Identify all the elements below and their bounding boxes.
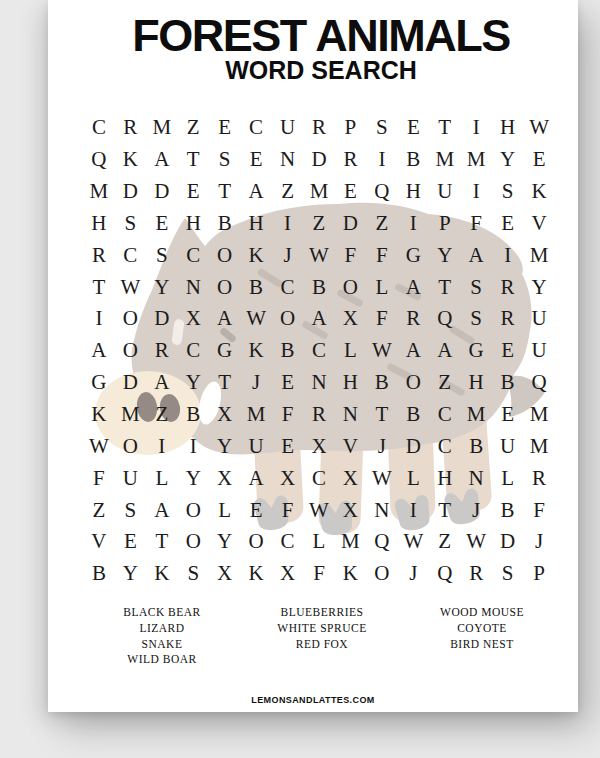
grid-cell[interactable]: Y	[178, 462, 209, 494]
grid-cell[interactable]: U	[523, 303, 554, 335]
grid-cell[interactable]: W	[366, 335, 397, 367]
grid-cell[interactable]: P	[335, 112, 366, 144]
word-list-item: WHITE SPRUCE	[247, 621, 397, 637]
grid-cell[interactable]: J	[460, 494, 491, 526]
grid-cell[interactable]: O	[115, 335, 146, 367]
grid-cell[interactable]: R	[492, 303, 523, 335]
grid-cell[interactable]: K	[240, 239, 271, 271]
grid-cell[interactable]: Z	[429, 367, 460, 399]
grid-cell[interactable]: R	[523, 462, 554, 494]
grid-cell[interactable]: Z	[429, 526, 460, 558]
grid-cell[interactable]: U	[429, 176, 460, 208]
grid-cell[interactable]: E	[272, 430, 303, 462]
grid-cell[interactable]: S	[460, 271, 491, 303]
grid-cell[interactable]: F	[272, 399, 303, 431]
grid-cell[interactable]: T	[146, 526, 177, 558]
grid-cell[interactable]: U	[492, 430, 523, 462]
grid-cell[interactable]: K	[523, 176, 554, 208]
grid-cell[interactable]: L	[492, 462, 523, 494]
grid-cell[interactable]: C	[115, 239, 146, 271]
grid-cell[interactable]: R	[460, 558, 491, 590]
grid-cell[interactable]: W	[366, 462, 397, 494]
grid-cell[interactable]: B	[272, 335, 303, 367]
grid-cell[interactable]: M	[303, 176, 334, 208]
grid-cell[interactable]: Y	[523, 271, 554, 303]
grid-cell[interactable]: Q	[523, 367, 554, 399]
grid-cell[interactable]: F	[523, 494, 554, 526]
grid-cell[interactable]: M	[146, 112, 177, 144]
grid-cell[interactable]: M	[83, 176, 114, 208]
grid-cell[interactable]: T	[366, 399, 397, 431]
grid-cell[interactable]: G	[209, 335, 240, 367]
grid-cell[interactable]: W	[460, 526, 491, 558]
grid-cell[interactable]: M	[523, 399, 554, 431]
grid-cell[interactable]: K	[146, 558, 177, 590]
grid-cell[interactable]: T	[429, 271, 460, 303]
grid-cell[interactable]: I	[398, 208, 429, 240]
grid-cell[interactable]: L	[366, 271, 397, 303]
letter-grid: CRMZECURPSETIHWQKATSENDRIBMMYEMDDETAZMEQ…	[83, 112, 555, 590]
grid-cell[interactable]: S	[178, 558, 209, 590]
page-subtitle: WORD SEARCH	[56, 57, 586, 83]
grid-cell[interactable]: C	[178, 239, 209, 271]
word-list-item: BLUEBERRIES	[247, 605, 397, 621]
grid-cell[interactable]: K	[335, 558, 366, 590]
grid-cell[interactable]: U	[523, 335, 554, 367]
grid-cell[interactable]: A	[146, 144, 177, 176]
grid-cell[interactable]: O	[178, 526, 209, 558]
grid-cell[interactable]: E	[335, 176, 366, 208]
grid-cell[interactable]: F	[83, 462, 114, 494]
grid-cell[interactable]: R	[83, 239, 114, 271]
grid-cell[interactable]: F	[335, 239, 366, 271]
grid-cell[interactable]: J	[240, 367, 271, 399]
word-list-item: WILD BOAR	[87, 652, 237, 668]
grid-cell[interactable]: H	[178, 208, 209, 240]
grid-cell[interactable]: E	[178, 176, 209, 208]
grid-cell[interactable]: E	[240, 494, 271, 526]
grid-cell[interactable]: B	[303, 271, 334, 303]
grid-cell[interactable]: B	[398, 399, 429, 431]
grid-cell[interactable]: C	[429, 430, 460, 462]
grid-cell[interactable]: R	[492, 271, 523, 303]
grid-cell[interactable]: M	[460, 144, 491, 176]
grid-cell[interactable]: T	[209, 367, 240, 399]
grid-cell[interactable]: R	[398, 303, 429, 335]
grid-cell[interactable]: H	[335, 367, 366, 399]
grid-cell[interactable]: E	[398, 112, 429, 144]
grid-cell[interactable]: T	[429, 494, 460, 526]
grid-cell[interactable]: O	[272, 303, 303, 335]
grid-cell[interactable]: S	[492, 176, 523, 208]
grid-cell[interactable]: U	[115, 462, 146, 494]
word-list-item: WOOD MOUSE	[407, 605, 557, 621]
grid-cell[interactable]: T	[178, 144, 209, 176]
grid-cell[interactable]: X	[209, 462, 240, 494]
word-list-item: RED FOX	[247, 637, 397, 653]
grid-cell[interactable]: X	[335, 462, 366, 494]
grid-cell[interactable]: O	[366, 558, 397, 590]
grid-cell[interactable]: I	[272, 208, 303, 240]
grid-cell[interactable]: X	[335, 303, 366, 335]
grid-cell[interactable]: R	[303, 112, 334, 144]
grid-cell[interactable]: X	[335, 494, 366, 526]
grid-cell[interactable]: L	[303, 526, 334, 558]
grid-cell[interactable]: X	[303, 430, 334, 462]
grid-cell[interactable]: H	[429, 462, 460, 494]
word-list-column: WOOD MOUSECOYOTEBIRD NEST	[407, 605, 557, 668]
grid-cell[interactable]: G	[460, 335, 491, 367]
grid-cell[interactable]: E	[492, 208, 523, 240]
grid-cell[interactable]: B	[209, 208, 240, 240]
backdrop: FOREST ANIMALS WORD SEARCH	[0, 0, 600, 758]
grid-cell[interactable]: B	[83, 558, 114, 590]
word-list-column: BLUEBERRIESWHITE SPRUCERED FOX	[247, 605, 397, 668]
grid-cell[interactable]: J	[272, 239, 303, 271]
grid-cell[interactable]: C	[272, 526, 303, 558]
grid-cell[interactable]: W	[303, 239, 334, 271]
grid-cell[interactable]: C	[240, 112, 271, 144]
grid-cell[interactable]: L	[398, 462, 429, 494]
word-list-column: BLACK BEARLIZARDSNAKEWILD BOAR	[87, 605, 237, 668]
grid-cell[interactable]: J	[366, 430, 397, 462]
grid-cell[interactable]: L	[209, 494, 240, 526]
grid-cell[interactable]: F	[460, 208, 491, 240]
grid-cell[interactable]: S	[115, 494, 146, 526]
grid-cell[interactable]: Q	[366, 176, 397, 208]
grid-cell[interactable]: Y	[146, 271, 177, 303]
grid-cell[interactable]: R	[335, 144, 366, 176]
grid-cell[interactable]: O	[115, 430, 146, 462]
grid-cell[interactable]: B	[398, 144, 429, 176]
grid-cell[interactable]: Z	[366, 208, 397, 240]
grid-cell[interactable]: W	[83, 430, 114, 462]
grid-cell[interactable]: G	[398, 239, 429, 271]
grid-cell[interactable]: I	[366, 144, 397, 176]
grid-cell[interactable]: E	[146, 208, 177, 240]
grid-cell[interactable]: X	[272, 558, 303, 590]
grid-cell[interactable]: H	[398, 176, 429, 208]
grid-cell[interactable]: Q	[429, 303, 460, 335]
grid-cell[interactable]: T	[429, 112, 460, 144]
grid-cell[interactable]: I	[178, 430, 209, 462]
grid-cell[interactable]: C	[303, 335, 334, 367]
grid-cell[interactable]: B	[366, 367, 397, 399]
grid-cell[interactable]: W	[240, 303, 271, 335]
grid-cell[interactable]: S	[146, 239, 177, 271]
grid-cell[interactable]: M	[240, 399, 271, 431]
grid-cell[interactable]: Y	[209, 526, 240, 558]
grid-cell[interactable]: O	[398, 367, 429, 399]
grid-cell[interactable]: I	[460, 176, 491, 208]
grid-cell[interactable]: E	[523, 144, 554, 176]
grid-cell[interactable]: S	[460, 303, 491, 335]
grid-cell[interactable]: F	[366, 239, 397, 271]
grid-cell[interactable]: I	[398, 494, 429, 526]
grid-cell[interactable]: M	[115, 399, 146, 431]
grid-cell[interactable]: W	[303, 494, 334, 526]
grid-cell[interactable]: L	[146, 462, 177, 494]
grid-cell[interactable]: X	[272, 462, 303, 494]
grid-cell[interactable]: W	[398, 526, 429, 558]
grid-cell[interactable]: C	[83, 112, 114, 144]
grid-cell[interactable]: M	[523, 239, 554, 271]
grid-cell[interactable]: T	[209, 176, 240, 208]
grid-cell[interactable]: D	[146, 176, 177, 208]
word-list-item: SNAKE	[87, 637, 237, 653]
grid-cell[interactable]: N	[178, 271, 209, 303]
grid-cell[interactable]: W	[115, 271, 146, 303]
grid-cell[interactable]: A	[146, 494, 177, 526]
grid-cell[interactable]: W	[523, 112, 554, 144]
grid-cell[interactable]: O	[335, 271, 366, 303]
grid-cell[interactable]: H	[240, 208, 271, 240]
grid-cell[interactable]: B	[240, 271, 271, 303]
grid-cell[interactable]: A	[209, 303, 240, 335]
grid-cell[interactable]: R	[115, 112, 146, 144]
grid-cell[interactable]: A	[303, 303, 334, 335]
grid-cell[interactable]: D	[303, 144, 334, 176]
grid-cell[interactable]: V	[335, 430, 366, 462]
grid-cell[interactable]: H	[460, 367, 491, 399]
grid-cell[interactable]: A	[240, 462, 271, 494]
grid-cell[interactable]: M	[429, 144, 460, 176]
grid-cell[interactable]: E	[240, 144, 271, 176]
grid-cell[interactable]: Y	[429, 239, 460, 271]
grid-cell[interactable]: B	[492, 367, 523, 399]
grid-cell[interactable]: A	[398, 335, 429, 367]
grid-cell[interactable]: F	[272, 494, 303, 526]
grid-cell[interactable]: A	[240, 176, 271, 208]
grid-cell[interactable]: K	[83, 399, 114, 431]
word-list-item: COYOTE	[407, 621, 557, 637]
grid-cell[interactable]: N	[335, 399, 366, 431]
puzzle-page: FOREST ANIMALS WORD SEARCH	[48, 0, 578, 712]
grid-cell[interactable]: Y	[492, 144, 523, 176]
grid-cell[interactable]: I	[492, 239, 523, 271]
grid-cell[interactable]: B	[460, 430, 491, 462]
footer-url: LEMONSANDLATTES.COM	[48, 695, 578, 705]
grid-cell[interactable]: C	[303, 462, 334, 494]
grid-cell[interactable]: O	[115, 303, 146, 335]
word-list-item: BIRD NEST	[407, 637, 557, 653]
grid-cell[interactable]: O	[240, 526, 271, 558]
grid-cell[interactable]: M	[335, 526, 366, 558]
grid-cell[interactable]: C	[178, 335, 209, 367]
grid-cell[interactable]: S	[492, 558, 523, 590]
grid-cell[interactable]: A	[146, 367, 177, 399]
grid-cell[interactable]: R	[303, 399, 334, 431]
grid-cell[interactable]: S	[209, 144, 240, 176]
word-list-item: LIZARD	[87, 621, 237, 637]
grid-cell[interactable]: P	[523, 558, 554, 590]
grid-cell[interactable]: U	[272, 112, 303, 144]
grid-cell[interactable]: F	[366, 303, 397, 335]
grid-cell[interactable]: Z	[178, 112, 209, 144]
grid-cell[interactable]: O	[209, 239, 240, 271]
grid-cell[interactable]: O	[209, 271, 240, 303]
grid-cell[interactable]: E	[209, 112, 240, 144]
grid-cell[interactable]: I	[146, 430, 177, 462]
grid-cell[interactable]: D	[398, 430, 429, 462]
grid-cell[interactable]: C	[429, 399, 460, 431]
grid-cell[interactable]: A	[398, 271, 429, 303]
grid-cell[interactable]: E	[492, 399, 523, 431]
grid-cell[interactable]: D	[146, 303, 177, 335]
grid-cell[interactable]: X	[178, 303, 209, 335]
grid-cell[interactable]: J	[523, 526, 554, 558]
grid-cell[interactable]: R	[146, 335, 177, 367]
grid-cell[interactable]: A	[429, 335, 460, 367]
grid-cell[interactable]: Z	[272, 176, 303, 208]
grid-cell[interactable]: K	[240, 335, 271, 367]
grid-cell[interactable]: E	[115, 526, 146, 558]
grid-cell[interactable]: Q	[366, 526, 397, 558]
grid-cell[interactable]: I	[460, 112, 491, 144]
grid-cell[interactable]: S	[115, 208, 146, 240]
grid-cell[interactable]: A	[460, 239, 491, 271]
grid-cell[interactable]: Y	[209, 430, 240, 462]
grid-cell[interactable]: X	[209, 558, 240, 590]
grid-cell[interactable]: E	[272, 367, 303, 399]
grid-cell[interactable]: Z	[146, 399, 177, 431]
grid-cell[interactable]: M	[460, 399, 491, 431]
grid-cell[interactable]: Q	[83, 144, 114, 176]
grid-cell[interactable]: K	[115, 144, 146, 176]
grid-cell[interactable]: T	[83, 271, 114, 303]
word-list: BLACK BEARLIZARDSNAKEWILD BOARBLUEBERRIE…	[48, 605, 578, 668]
grid-cell[interactable]: E	[492, 335, 523, 367]
grid-cell[interactable]: V	[83, 526, 114, 558]
grid-cell[interactable]: N	[366, 494, 397, 526]
grid-cell[interactable]: N	[272, 144, 303, 176]
grid-cell[interactable]: D	[492, 526, 523, 558]
grid-cell[interactable]: Q	[429, 558, 460, 590]
grid-cell[interactable]: N	[303, 367, 334, 399]
grid-cell[interactable]: C	[272, 271, 303, 303]
grid-cell[interactable]: A	[83, 335, 114, 367]
grid-cell[interactable]: H	[492, 112, 523, 144]
grid-cell[interactable]: M	[523, 430, 554, 462]
grid-cell[interactable]: B	[492, 494, 523, 526]
grid-cell[interactable]: X	[209, 399, 240, 431]
grid-cell[interactable]: F	[303, 558, 334, 590]
grid-cell[interactable]: B	[178, 399, 209, 431]
word-list-item: BLACK BEAR	[87, 605, 237, 621]
grid-cell[interactable]: Y	[178, 367, 209, 399]
grid-cell[interactable]: H	[83, 208, 114, 240]
grid-cell[interactable]: K	[240, 558, 271, 590]
grid-cell[interactable]: N	[460, 462, 491, 494]
grid-cell[interactable]: J	[398, 558, 429, 590]
grid-cell[interactable]: D	[115, 176, 146, 208]
grid-cell[interactable]: L	[335, 335, 366, 367]
grid-cell[interactable]: I	[83, 303, 114, 335]
grid-cell[interactable]: V	[523, 208, 554, 240]
grid-cell[interactable]: P	[429, 208, 460, 240]
grid-cell[interactable]: D	[335, 208, 366, 240]
grid-cell[interactable]: Y	[115, 558, 146, 590]
grid-cell[interactable]: U	[240, 430, 271, 462]
page-title: FOREST ANIMALS	[56, 0, 586, 57]
grid-cell[interactable]: D	[115, 367, 146, 399]
grid-cell[interactable]: O	[178, 494, 209, 526]
grid-cell[interactable]: Z	[303, 208, 334, 240]
grid-cell[interactable]: S	[366, 112, 397, 144]
grid-cell[interactable]: Z	[83, 494, 114, 526]
grid-cell[interactable]: G	[83, 367, 114, 399]
